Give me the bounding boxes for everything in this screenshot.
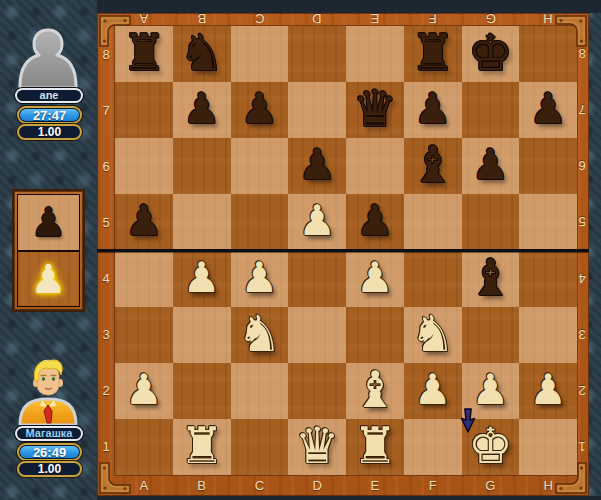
white-pawn: ♟ bbox=[356, 257, 394, 299]
square-h2[interactable]: ♟ bbox=[519, 363, 577, 419]
white-pawn: ♟ bbox=[472, 369, 510, 411]
bottom-edge-strip bbox=[97, 496, 601, 500]
rank-label-6: 6 bbox=[575, 138, 589, 194]
rank-label-3: 3 bbox=[97, 307, 115, 363]
player-avatar-icon bbox=[16, 357, 80, 425]
square-b4[interactable]: ♟ bbox=[173, 251, 231, 307]
square-f5[interactable] bbox=[404, 194, 462, 250]
black-pawn: ♟ bbox=[414, 88, 452, 130]
square-d1[interactable]: ♛ bbox=[288, 419, 346, 475]
square-c5[interactable] bbox=[231, 194, 289, 250]
white-knight: ♞ bbox=[237, 309, 282, 359]
player-name: Магашка bbox=[26, 428, 73, 439]
square-a2[interactable]: ♟ bbox=[115, 363, 173, 419]
square-d3[interactable] bbox=[288, 307, 346, 363]
white-pawn: ♟ bbox=[414, 369, 452, 411]
chess-app-window: ane 27:47 1.00 ♟ ♟ bbox=[0, 0, 601, 500]
square-c1[interactable] bbox=[231, 419, 289, 475]
square-c3[interactable]: ♞ bbox=[231, 307, 289, 363]
rank-label-3: 3 bbox=[575, 307, 589, 363]
white-pawn: ♟ bbox=[298, 200, 336, 242]
player-name-badge: Магашка bbox=[15, 426, 83, 441]
square-b5[interactable] bbox=[173, 194, 231, 250]
board-half-divider bbox=[97, 249, 589, 252]
corner-bracket-icon bbox=[99, 15, 132, 48]
square-h7[interactable]: ♟ bbox=[519, 82, 577, 138]
file-label-c: C bbox=[231, 476, 289, 495]
square-h4[interactable] bbox=[519, 251, 577, 307]
square-g8[interactable]: ♚ bbox=[462, 26, 520, 82]
square-e3[interactable] bbox=[346, 307, 404, 363]
rank-label-6: 6 bbox=[97, 138, 115, 194]
black-pawn: ♟ bbox=[356, 200, 394, 242]
square-d7[interactable] bbox=[288, 82, 346, 138]
square-b3[interactable] bbox=[173, 307, 231, 363]
player-clock: 26:49 bbox=[17, 443, 82, 461]
file-label-e: E bbox=[346, 476, 404, 495]
square-f6[interactable]: ♝ bbox=[404, 138, 462, 194]
square-a4[interactable] bbox=[115, 251, 173, 307]
square-b8[interactable]: ♞ bbox=[173, 26, 231, 82]
square-f7[interactable]: ♟ bbox=[404, 82, 462, 138]
rank-label-2: 2 bbox=[97, 363, 115, 419]
square-d5[interactable]: ♟ bbox=[288, 194, 346, 250]
opponent-clock: 27:47 bbox=[17, 106, 82, 124]
black-king: ♚ bbox=[468, 28, 513, 78]
rank-label-5: 5 bbox=[575, 194, 589, 250]
square-b7[interactable]: ♟ bbox=[173, 82, 231, 138]
square-g3[interactable] bbox=[462, 307, 520, 363]
black-queen: ♛ bbox=[352, 84, 397, 134]
black-pawn: ♟ bbox=[183, 88, 221, 130]
white-queen: ♛ bbox=[295, 421, 340, 471]
white-side-indicator-active[interactable]: ♟ bbox=[17, 251, 80, 308]
square-b1[interactable]: ♜ bbox=[173, 419, 231, 475]
square-e7[interactable]: ♛ bbox=[346, 82, 404, 138]
black-rook: ♜ bbox=[410, 28, 455, 78]
square-a6[interactable] bbox=[115, 138, 173, 194]
square-c7[interactable]: ♟ bbox=[231, 82, 289, 138]
square-e6[interactable] bbox=[346, 138, 404, 194]
square-g4[interactable]: ♝ bbox=[462, 251, 520, 307]
file-label-f: F bbox=[404, 476, 462, 495]
black-pawn: ♟ bbox=[241, 88, 279, 130]
white-bishop: ♝ bbox=[352, 365, 397, 415]
white-pawn: ♟ bbox=[125, 369, 163, 411]
file-label-e: E bbox=[346, 11, 404, 26]
corner-bracket-icon bbox=[99, 461, 132, 494]
white-knight: ♞ bbox=[410, 309, 455, 359]
opponent-avatar-silhouette-icon bbox=[16, 26, 80, 88]
file-label-b: B bbox=[173, 476, 231, 495]
rank-label-5: 5 bbox=[97, 194, 115, 250]
file-label-d: D bbox=[288, 11, 346, 26]
white-rook: ♜ bbox=[179, 421, 224, 471]
black-pawn-icon: ♟ bbox=[31, 202, 67, 242]
player-rating: 1.00 bbox=[38, 463, 61, 475]
white-pawn: ♟ bbox=[529, 369, 567, 411]
rank-label-7: 7 bbox=[575, 82, 589, 138]
corner-bracket-icon bbox=[554, 461, 587, 494]
square-c2[interactable] bbox=[231, 363, 289, 419]
player-rating-badge: 1.00 bbox=[17, 461, 82, 477]
rank-label-2: 2 bbox=[575, 363, 589, 419]
file-label-c: C bbox=[231, 11, 289, 26]
black-side-indicator[interactable]: ♟ bbox=[17, 194, 80, 251]
square-c8[interactable] bbox=[231, 26, 289, 82]
black-bishop: ♝ bbox=[468, 253, 513, 303]
opponent-clock-time: 27:47 bbox=[20, 109, 79, 121]
white-pawn: ♟ bbox=[183, 257, 221, 299]
cursor-icon bbox=[459, 407, 477, 434]
turn-indicator-panel: ♟ ♟ bbox=[12, 189, 85, 312]
square-e1[interactable]: ♜ bbox=[346, 419, 404, 475]
square-d8[interactable] bbox=[288, 26, 346, 82]
square-e4[interactable]: ♟ bbox=[346, 251, 404, 307]
square-c6[interactable] bbox=[231, 138, 289, 194]
black-pawn: ♟ bbox=[298, 144, 336, 186]
square-f8[interactable]: ♜ bbox=[404, 26, 462, 82]
file-label-d: D bbox=[288, 476, 346, 495]
black-knight: ♞ bbox=[179, 28, 224, 78]
black-bishop: ♝ bbox=[410, 140, 455, 190]
square-h3[interactable] bbox=[519, 307, 577, 363]
opponent-name-badge: ane bbox=[15, 88, 83, 103]
sidebar: ane 27:47 1.00 ♟ ♟ bbox=[0, 0, 97, 500]
corner-bracket-icon bbox=[554, 15, 587, 48]
opponent-name: ane bbox=[40, 90, 59, 101]
square-a5[interactable]: ♟ bbox=[115, 194, 173, 250]
rank-label-4: 4 bbox=[97, 251, 115, 307]
square-f4[interactable] bbox=[404, 251, 462, 307]
square-g6[interactable]: ♟ bbox=[462, 138, 520, 194]
opponent-rating: 1.00 bbox=[38, 126, 61, 138]
player-clock-time: 26:49 bbox=[20, 446, 79, 458]
square-g5[interactable] bbox=[462, 194, 520, 250]
rank-label-7: 7 bbox=[97, 82, 115, 138]
square-c4[interactable]: ♟ bbox=[231, 251, 289, 307]
square-d4[interactable] bbox=[288, 251, 346, 307]
black-pawn: ♟ bbox=[472, 144, 510, 186]
square-b2[interactable] bbox=[173, 363, 231, 419]
square-a7[interactable] bbox=[115, 82, 173, 138]
square-f1[interactable] bbox=[404, 419, 462, 475]
black-pawn: ♟ bbox=[529, 88, 567, 130]
file-labels-bottom: ABCDEFGH bbox=[115, 476, 577, 495]
square-d2[interactable] bbox=[288, 363, 346, 419]
square-b6[interactable] bbox=[173, 138, 231, 194]
white-rook: ♜ bbox=[352, 421, 397, 471]
black-pawn: ♟ bbox=[125, 200, 163, 242]
rank-label-4: 4 bbox=[575, 251, 589, 307]
square-e2[interactable]: ♝ bbox=[346, 363, 404, 419]
square-h5[interactable] bbox=[519, 194, 577, 250]
file-label-g: G bbox=[462, 476, 520, 495]
square-d6[interactable]: ♟ bbox=[288, 138, 346, 194]
opponent-rating-badge: 1.00 bbox=[17, 124, 82, 140]
square-h6[interactable] bbox=[519, 138, 577, 194]
square-e5[interactable]: ♟ bbox=[346, 194, 404, 250]
square-f2[interactable]: ♟ bbox=[404, 363, 462, 419]
white-pawn: ♟ bbox=[241, 257, 279, 299]
square-g7[interactable] bbox=[462, 82, 520, 138]
square-f3[interactable]: ♞ bbox=[404, 307, 462, 363]
chess-board-frame: ABCDEFGH ABCDEFGH 87654321 87654321 ♜♞♜♚… bbox=[97, 13, 589, 496]
square-a3[interactable] bbox=[115, 307, 173, 363]
square-e8[interactable] bbox=[346, 26, 404, 82]
white-pawn-highlighted-icon: ♟ bbox=[31, 259, 67, 299]
